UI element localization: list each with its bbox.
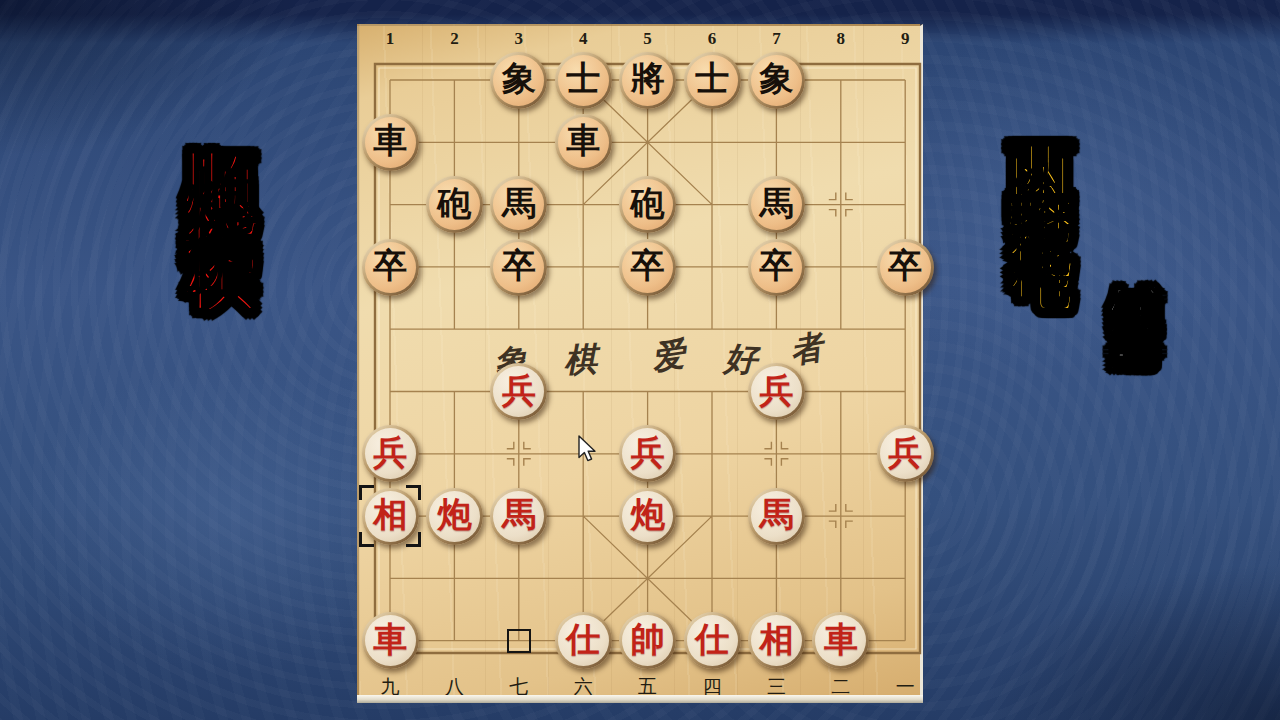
piece-red-相[interactable]: 相 [362,488,419,545]
piece-char: 兵 [888,436,922,470]
piece-char: 將 [631,62,665,96]
piece-face: 象 [751,55,802,106]
piece-face: 相 [751,615,802,666]
cell-r2c7: 馬 [744,174,808,236]
left-title: 顺炮人机拆棋 [184,90,258,198]
piece-black-卒[interactable]: 卒 [362,239,419,296]
piece-face: 砲 [622,179,673,230]
move-origin-square [507,629,531,653]
piece-face: 相 [365,491,416,542]
piece-char: 士 [566,62,600,96]
piece-black-卒[interactable]: 卒 [748,239,805,296]
piece-black-車[interactable]: 車 [555,114,612,171]
piece-face: 車 [365,615,416,666]
screen: 顺炮人机拆棋 两头蛇对九尾龟 铺垫篇 123456789 九八七六五四三二一 象… [0,0,1280,720]
piece-red-帥[interactable]: 帥 [619,612,676,669]
piece-black-士[interactable]: 士 [684,52,741,109]
cell-r9c4: 仕 [551,610,615,672]
piece-face: 車 [815,615,866,666]
piece-black-象[interactable]: 象 [490,52,547,109]
piece-char: 車 [824,623,858,657]
cell-r7c7: 馬 [744,485,808,547]
piece-face: 兵 [880,428,931,479]
cell-r1c1: 車 [358,111,422,173]
piece-red-仕[interactable]: 仕 [684,612,741,669]
piece-face: 馬 [493,491,544,542]
piece-red-馬[interactable]: 馬 [748,488,805,545]
cell-r3c1: 卒 [358,236,422,298]
piece-char: 砲 [631,187,665,221]
piece-char: 兵 [502,374,536,408]
cell-r3c3: 卒 [487,236,551,298]
piece-red-炮[interactable]: 炮 [619,488,676,545]
piece-black-砲[interactable]: 砲 [619,176,676,233]
piece-black-砲[interactable]: 砲 [426,176,483,233]
piece-black-象[interactable]: 象 [748,52,805,109]
piece-char: 卒 [888,249,922,283]
cell-r2c3: 馬 [487,174,551,236]
piece-black-士[interactable]: 士 [555,52,612,109]
cell-r9c1: 車 [358,610,422,672]
cell-r1c4: 車 [551,111,615,173]
piece-char: 馬 [502,187,536,221]
right-subtitle: 铺垫篇 [1110,245,1162,293]
cell-r0c4: 士 [551,49,615,111]
piece-face: 馬 [751,179,802,230]
piece-face: 車 [365,117,416,168]
file-label-top-3: 3 [506,29,532,49]
cell-r3c9: 卒 [873,236,937,298]
piece-red-相[interactable]: 相 [748,612,805,669]
cell-r6c1: 兵 [358,423,422,485]
piece-char: 炮 [631,498,665,532]
cell-r6c9: 兵 [873,423,937,485]
cell-r9c6: 仕 [680,610,744,672]
cell-r9c7: 相 [744,610,808,672]
piece-face: 將 [622,55,673,106]
piece-face: 兵 [493,366,544,417]
piece-char: 兵 [631,436,665,470]
piece-face: 仕 [687,615,738,666]
piece-face: 士 [687,55,738,106]
piece-red-仕[interactable]: 仕 [555,612,612,669]
cell-r7c1: 相 [358,485,422,547]
piece-face: 象 [493,55,544,106]
piece-char: 相 [760,623,794,657]
board-bottom-edge [357,695,923,703]
file-label-top-5: 5 [635,29,661,49]
file-label-top-7: 7 [763,29,789,49]
piece-red-車[interactable]: 車 [812,612,869,669]
piece-face: 炮 [622,491,673,542]
piece-face: 兵 [751,366,802,417]
piece-char: 象 [760,62,794,96]
pieces-grid: 象士將士象車車砲馬砲馬卒卒卒卒卒兵兵兵兵兵相炮馬炮馬車仕帥仕相車 [358,49,938,672]
cell-r7c2: 炮 [422,485,486,547]
piece-red-兵[interactable]: 兵 [748,363,805,420]
piece-char: 相 [373,498,407,532]
piece-char: 車 [566,124,600,158]
piece-red-兵[interactable]: 兵 [619,425,676,482]
cell-r3c7: 卒 [744,236,808,298]
cell-r9c5: 帥 [616,610,680,672]
piece-face: 馬 [751,491,802,542]
piece-char: 馬 [760,187,794,221]
cell-r7c3: 馬 [487,485,551,547]
cell-r9c8: 車 [809,610,873,672]
piece-face: 卒 [365,242,416,293]
piece-face: 帥 [622,615,673,666]
piece-char: 砲 [438,187,472,221]
xiangqi-board: 123456789 九八七六五四三二一 象棋爱好者 象士將士象車車砲馬砲馬卒卒卒… [357,24,923,695]
piece-char: 卒 [631,249,665,283]
piece-red-兵[interactable]: 兵 [877,425,934,482]
cell-r5c3: 兵 [487,360,551,422]
piece-face: 卒 [880,242,931,293]
file-label-top-2: 2 [441,29,467,49]
piece-char: 卒 [502,249,536,283]
file-label-top-4: 4 [570,29,596,49]
piece-red-炮[interactable]: 炮 [426,488,483,545]
piece-face: 仕 [558,615,609,666]
piece-char: 炮 [438,498,472,532]
piece-red-兵[interactable]: 兵 [490,363,547,420]
move-origin-cell [487,610,551,672]
piece-black-卒[interactable]: 卒 [619,239,676,296]
piece-char: 仕 [566,623,600,657]
piece-char: 卒 [760,249,794,283]
file-label-top-8: 8 [828,29,854,49]
piece-char: 卒 [373,249,407,283]
cell-r0c3: 象 [487,49,551,111]
piece-char: 馬 [760,498,794,532]
piece-red-兵[interactable]: 兵 [362,425,419,482]
cell-r0c6: 士 [680,49,744,111]
piece-face: 兵 [622,428,673,479]
piece-face: 兵 [365,428,416,479]
piece-red-馬[interactable]: 馬 [490,488,547,545]
file-label-top-6: 6 [699,29,725,49]
piece-face: 馬 [493,179,544,230]
piece-char: 車 [373,124,407,158]
piece-char: 士 [695,62,729,96]
file-label-top-1: 1 [377,29,403,49]
piece-face: 卒 [622,242,673,293]
piece-black-卒[interactable]: 卒 [877,239,934,296]
piece-black-將[interactable]: 將 [619,52,676,109]
piece-black-馬[interactable]: 馬 [490,176,547,233]
piece-face: 卒 [493,242,544,293]
file-label-top-9: 9 [892,29,918,49]
piece-face: 炮 [429,491,480,542]
cell-r0c5: 將 [616,49,680,111]
cell-r2c5: 砲 [616,174,680,236]
piece-face: 砲 [429,179,480,230]
right-title: 两头蛇对九尾龟 [1009,92,1075,211]
piece-face: 卒 [751,242,802,293]
piece-char: 車 [373,623,407,657]
piece-char: 兵 [760,374,794,408]
piece-face: 車 [558,117,609,168]
cell-r2c2: 砲 [422,174,486,236]
piece-char: 仕 [695,623,729,657]
cell-r0c7: 象 [744,49,808,111]
piece-face: 士 [558,55,609,106]
piece-black-卒[interactable]: 卒 [490,239,547,296]
piece-char: 象 [502,62,536,96]
cell-r7c5: 炮 [616,485,680,547]
piece-black-馬[interactable]: 馬 [748,176,805,233]
cell-r5c7: 兵 [744,360,808,422]
piece-char: 馬 [502,498,536,532]
piece-red-車[interactable]: 車 [362,612,419,669]
cell-r3c5: 卒 [616,236,680,298]
piece-char: 兵 [373,436,407,470]
piece-char: 帥 [631,623,665,657]
cell-r6c5: 兵 [616,423,680,485]
piece-black-車[interactable]: 車 [362,114,419,171]
